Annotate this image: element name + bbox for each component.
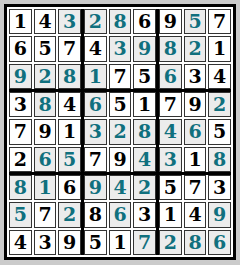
cell-r6c9[interactable]: 8 xyxy=(208,147,231,172)
cell-r4c3: 4 xyxy=(58,92,81,117)
cell-r4c2[interactable]: 8 xyxy=(34,92,57,117)
cell-r8c2: 7 xyxy=(34,202,57,227)
cell-r3c4[interactable]: 1 xyxy=(84,64,107,89)
cell-r6c6[interactable]: 4 xyxy=(133,147,156,172)
block-1-3: 957821634 xyxy=(159,9,231,89)
block-2-3: 792465318 xyxy=(159,92,231,172)
cell-r4c9[interactable]: 2 xyxy=(208,92,231,117)
cell-r7c3: 6 xyxy=(58,175,81,200)
cell-r4c5: 5 xyxy=(109,92,132,117)
cell-r9c6[interactable]: 7 xyxy=(133,230,156,255)
cell-r4c1: 3 xyxy=(9,92,32,117)
cell-r4c7: 7 xyxy=(159,92,182,117)
cell-r6c3[interactable]: 5 xyxy=(58,147,81,172)
cell-r3c7[interactable]: 6 xyxy=(159,64,182,89)
cell-r9c9[interactable]: 6 xyxy=(208,230,231,255)
cell-r3c8: 3 xyxy=(184,64,207,89)
block-2-2: 651328794 xyxy=(84,92,156,172)
cell-r4c6: 1 xyxy=(133,92,156,117)
cell-r2c7[interactable]: 8 xyxy=(159,36,182,61)
block-1-1: 143657928 xyxy=(9,9,81,89)
cell-r2c3: 7 xyxy=(58,36,81,61)
cell-r5c9: 5 xyxy=(208,119,231,144)
block-1-2: 286439175 xyxy=(84,9,156,89)
block-3-3: 573149286 xyxy=(159,175,231,255)
cell-r6c7[interactable]: 3 xyxy=(159,147,182,172)
cell-r3c9: 4 xyxy=(208,64,231,89)
cell-r2c9: 1 xyxy=(208,36,231,61)
cell-r1c3[interactable]: 3 xyxy=(58,9,81,34)
sudoku-board: 1436579282864391759578216343847912656513… xyxy=(4,4,236,260)
cell-r7c6[interactable]: 2 xyxy=(133,175,156,200)
cell-r1c8[interactable]: 5 xyxy=(184,9,207,34)
cell-r6c4: 7 xyxy=(84,147,107,172)
cell-r8c3[interactable]: 2 xyxy=(58,202,81,227)
cell-r7c4[interactable]: 9 xyxy=(84,175,107,200)
cell-r8c4: 8 xyxy=(84,202,107,227)
cell-r3c5: 7 xyxy=(109,64,132,89)
cell-r9c4: 5 xyxy=(84,230,107,255)
cell-r2c8[interactable]: 2 xyxy=(184,36,207,61)
cell-r2c2: 5 xyxy=(34,36,57,61)
cell-r2c6[interactable]: 9 xyxy=(133,36,156,61)
cell-r5c4[interactable]: 3 xyxy=(84,119,107,144)
cell-r8c5[interactable]: 6 xyxy=(109,202,132,227)
cell-r5c6[interactable]: 8 xyxy=(133,119,156,144)
cell-r6c1: 2 xyxy=(9,147,32,172)
cell-r8c8: 4 xyxy=(184,202,207,227)
cell-r2c5[interactable]: 3 xyxy=(109,36,132,61)
cell-r8c7: 1 xyxy=(159,202,182,227)
cell-r7c5[interactable]: 4 xyxy=(109,175,132,200)
cell-r5c3: 1 xyxy=(58,119,81,144)
cell-r9c3: 9 xyxy=(58,230,81,255)
cell-r5c2: 9 xyxy=(34,119,57,144)
block-2-1: 384791265 xyxy=(9,92,81,172)
cell-r5c5[interactable]: 2 xyxy=(109,119,132,144)
cell-r1c4[interactable]: 2 xyxy=(84,9,107,34)
cell-r7c2[interactable]: 1 xyxy=(34,175,57,200)
sudoku-grid: 1436579282864391759578216343847912656513… xyxy=(9,9,231,255)
cell-r6c8: 1 xyxy=(184,147,207,172)
cell-r7c9: 3 xyxy=(208,175,231,200)
cell-r9c1: 4 xyxy=(9,230,32,255)
cell-r8c1[interactable]: 5 xyxy=(9,202,32,227)
cell-r2c1: 6 xyxy=(9,36,32,61)
cell-r5c7[interactable]: 4 xyxy=(159,119,182,144)
block-3-1: 816572439 xyxy=(9,175,81,255)
cell-r1c2: 4 xyxy=(34,9,57,34)
cell-r5c8[interactable]: 6 xyxy=(184,119,207,144)
cell-r1c7: 9 xyxy=(159,9,182,34)
cell-r5c1: 7 xyxy=(9,119,32,144)
cell-r1c6: 6 xyxy=(133,9,156,34)
cell-r1c9: 7 xyxy=(208,9,231,34)
cell-r1c5[interactable]: 8 xyxy=(109,9,132,34)
cell-r9c2: 3 xyxy=(34,230,57,255)
block-3-2: 942863517 xyxy=(84,175,156,255)
cell-r7c7: 5 xyxy=(159,175,182,200)
cell-r6c5: 9 xyxy=(109,147,132,172)
cell-r3c1[interactable]: 9 xyxy=(9,64,32,89)
cell-r3c6: 5 xyxy=(133,64,156,89)
cell-r4c8: 9 xyxy=(184,92,207,117)
cell-r7c1[interactable]: 8 xyxy=(9,175,32,200)
cell-r9c7[interactable]: 2 xyxy=(159,230,182,255)
cell-r8c9[interactable]: 9 xyxy=(208,202,231,227)
cell-r8c6: 3 xyxy=(133,202,156,227)
cell-r9c5: 1 xyxy=(109,230,132,255)
cell-r4c4[interactable]: 6 xyxy=(84,92,107,117)
cell-r3c2[interactable]: 2 xyxy=(34,64,57,89)
cell-r2c4: 4 xyxy=(84,36,107,61)
cell-r7c8: 7 xyxy=(184,175,207,200)
cell-r3c3[interactable]: 8 xyxy=(58,64,81,89)
cell-r9c8[interactable]: 8 xyxy=(184,230,207,255)
cell-r6c2[interactable]: 6 xyxy=(34,147,57,172)
cell-r1c1: 1 xyxy=(9,9,32,34)
